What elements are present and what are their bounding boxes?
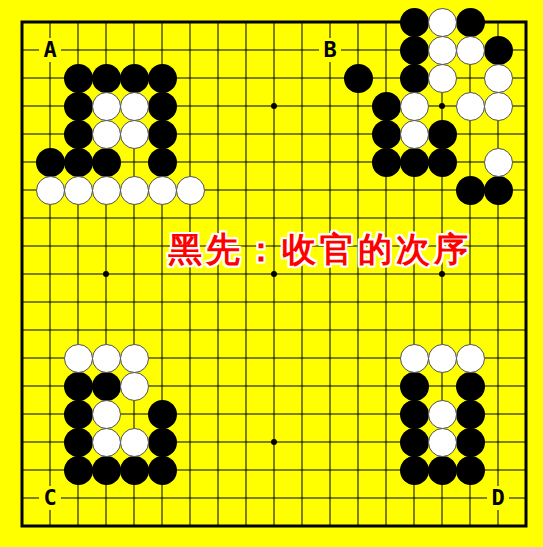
black-stone	[428, 148, 457, 177]
white-stone	[36, 176, 65, 205]
problem-title: 黑先：收官的次序	[168, 230, 472, 268]
black-stone	[148, 92, 177, 121]
white-stone	[64, 344, 93, 373]
white-stone	[92, 428, 121, 457]
white-stone	[428, 344, 457, 373]
white-stone	[92, 176, 121, 205]
white-stone	[120, 176, 149, 205]
black-stone	[64, 428, 93, 457]
black-stone	[64, 92, 93, 121]
black-stone	[400, 400, 429, 429]
black-stone	[92, 64, 121, 93]
white-stone	[400, 92, 429, 121]
black-stone	[148, 400, 177, 429]
white-stone	[92, 400, 121, 429]
white-stone	[92, 344, 121, 373]
white-stone	[428, 428, 457, 457]
white-stone	[92, 92, 121, 121]
white-stone	[456, 92, 485, 121]
white-stone	[428, 36, 457, 65]
black-stone	[484, 36, 513, 65]
white-stone	[400, 344, 429, 373]
star-point	[439, 271, 445, 277]
black-stone	[400, 456, 429, 485]
corner-label-a: A	[39, 38, 61, 62]
black-stone	[428, 120, 457, 149]
corner-label-c: C	[39, 486, 61, 510]
black-stone	[92, 148, 121, 177]
white-stone	[400, 120, 429, 149]
white-stone	[120, 120, 149, 149]
white-stone	[428, 64, 457, 93]
white-stone	[148, 176, 177, 205]
white-stone	[456, 36, 485, 65]
black-stone	[456, 372, 485, 401]
black-stone	[120, 64, 149, 93]
black-stone	[120, 456, 149, 485]
black-stone	[148, 64, 177, 93]
white-stone	[484, 92, 513, 121]
white-stone	[428, 400, 457, 429]
black-stone	[456, 400, 485, 429]
corner-label-b: B	[319, 38, 341, 62]
black-stone	[148, 120, 177, 149]
black-stone	[64, 148, 93, 177]
black-stone	[92, 456, 121, 485]
black-stone	[372, 120, 401, 149]
black-stone	[400, 8, 429, 37]
black-stone	[400, 148, 429, 177]
star-point	[271, 103, 277, 109]
black-stone	[428, 456, 457, 485]
black-stone	[92, 372, 121, 401]
black-stone	[456, 176, 485, 205]
white-stone	[120, 344, 149, 373]
black-stone	[372, 148, 401, 177]
corner-label-d: D	[487, 486, 509, 510]
white-stone	[428, 8, 457, 37]
white-stone	[456, 344, 485, 373]
go-endgame-diagram: ABCD 黑先：收官的次序	[0, 0, 543, 547]
white-stone	[120, 372, 149, 401]
black-stone	[36, 148, 65, 177]
black-stone	[64, 456, 93, 485]
star-point	[439, 103, 445, 109]
black-stone	[148, 148, 177, 177]
star-point	[271, 439, 277, 445]
black-stone	[64, 64, 93, 93]
white-stone	[92, 120, 121, 149]
white-stone	[484, 64, 513, 93]
black-stone	[400, 428, 429, 457]
white-stone	[120, 428, 149, 457]
star-point	[103, 271, 109, 277]
white-stone	[64, 176, 93, 205]
black-stone	[344, 64, 373, 93]
black-stone	[148, 428, 177, 457]
black-stone	[372, 92, 401, 121]
black-stone	[64, 372, 93, 401]
black-stone	[484, 176, 513, 205]
black-stone	[400, 64, 429, 93]
black-stone	[64, 400, 93, 429]
black-stone	[456, 456, 485, 485]
black-stone	[400, 36, 429, 65]
black-stone	[400, 372, 429, 401]
black-stone	[456, 428, 485, 457]
black-stone	[148, 456, 177, 485]
white-stone	[120, 92, 149, 121]
black-stone	[456, 8, 485, 37]
white-stone	[176, 176, 205, 205]
star-point	[271, 271, 277, 277]
black-stone	[64, 120, 93, 149]
white-stone	[484, 148, 513, 177]
